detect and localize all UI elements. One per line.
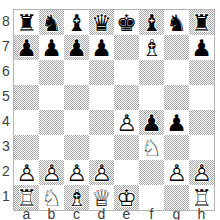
square-d5[interactable] <box>89 85 114 110</box>
square-e2[interactable] <box>114 160 139 185</box>
piece-glyph: ♟ <box>64 35 89 60</box>
square-g6[interactable] <box>164 60 189 85</box>
file-label-a: a <box>14 208 39 220</box>
file-label-c: c <box>64 208 89 220</box>
piece-black-pawn: ♟♟ <box>39 35 64 60</box>
square-d8[interactable]: ♛♛ <box>89 10 114 35</box>
file-label-h: h <box>189 208 214 220</box>
piece-glyph: ♟ <box>164 110 189 135</box>
square-e6[interactable] <box>114 60 139 85</box>
piece-black-pawn: ♟♟ <box>64 35 89 60</box>
square-e3[interactable] <box>114 135 139 160</box>
square-c7[interactable]: ♟♟ <box>64 35 89 60</box>
square-g7[interactable] <box>164 35 189 60</box>
piece-glyph: ♙ <box>39 160 64 185</box>
piece-black-knight: ♞♞ <box>39 10 64 35</box>
file-label-e: e <box>114 208 139 220</box>
piece-white-pawn: ♟♙ <box>114 110 139 135</box>
chess-diagram: 87654321 ♜♜♞♞♝♝♛♛♚♚♝♝♞♞♜♜♟♟♟♟♟♟♟♟♝♗♟♟♟♙♟… <box>0 0 220 220</box>
square-c5[interactable] <box>64 85 89 110</box>
piece-glyph: ♙ <box>14 160 39 185</box>
square-f2[interactable] <box>139 160 164 185</box>
rank-label-4: 4 <box>0 109 12 134</box>
square-b3[interactable] <box>39 135 64 160</box>
square-a3[interactable] <box>14 135 39 160</box>
square-e5[interactable] <box>114 85 139 110</box>
piece-glyph: ♛ <box>89 10 114 35</box>
piece-black-pawn: ♟♟ <box>89 35 114 60</box>
piece-glyph: ♝ <box>139 10 164 35</box>
square-h7[interactable]: ♟♟ <box>189 35 214 60</box>
piece-black-bishop: ♝♝ <box>139 10 164 35</box>
square-g8[interactable]: ♞♞ <box>164 10 189 35</box>
file-label-f: f <box>139 208 164 220</box>
square-a4[interactable] <box>14 110 39 135</box>
square-d6[interactable] <box>89 60 114 85</box>
piece-glyph: ♗ <box>139 35 164 60</box>
square-b8[interactable]: ♞♞ <box>39 10 64 35</box>
piece-white-knight: ♞♘ <box>139 135 164 160</box>
piece-black-queen: ♛♛ <box>89 10 114 35</box>
square-d2[interactable]: ♟♙ <box>89 160 114 185</box>
square-a8[interactable]: ♜♜ <box>14 10 39 35</box>
square-a7[interactable]: ♟♟ <box>14 35 39 60</box>
square-c3[interactable] <box>64 135 89 160</box>
square-f8[interactable]: ♝♝ <box>139 10 164 35</box>
square-h2[interactable]: ♟♙ <box>189 160 214 185</box>
piece-glyph: ♟ <box>14 35 39 60</box>
square-f4[interactable]: ♟♟ <box>139 110 164 135</box>
file-label-g: g <box>164 208 189 220</box>
piece-glyph: ♟ <box>189 35 214 60</box>
piece-glyph: ♜ <box>189 10 214 35</box>
square-c6[interactable] <box>64 60 89 85</box>
piece-white-pawn: ♟♙ <box>189 160 214 185</box>
square-f3[interactable]: ♞♘ <box>139 135 164 160</box>
piece-glyph: ♞ <box>39 10 64 35</box>
square-e7[interactable] <box>114 35 139 60</box>
square-a5[interactable] <box>14 85 39 110</box>
file-label-d: d <box>89 208 114 220</box>
piece-white-bishop: ♝♗ <box>139 35 164 60</box>
piece-glyph: ♙ <box>64 160 89 185</box>
square-b2[interactable]: ♟♙ <box>39 160 64 185</box>
square-d3[interactable] <box>89 135 114 160</box>
square-a2[interactable]: ♟♙ <box>14 160 39 185</box>
square-h3[interactable] <box>189 135 214 160</box>
rank-label-6: 6 <box>0 59 12 84</box>
piece-white-pawn: ♟♙ <box>14 160 39 185</box>
piece-glyph: ♙ <box>189 160 214 185</box>
square-b7[interactable]: ♟♟ <box>39 35 64 60</box>
piece-glyph: ♜ <box>14 10 39 35</box>
piece-black-pawn: ♟♟ <box>14 35 39 60</box>
rank-label-5: 5 <box>0 84 12 109</box>
square-c8[interactable]: ♝♝ <box>64 10 89 35</box>
square-a6[interactable] <box>14 60 39 85</box>
piece-glyph: ♟ <box>39 35 64 60</box>
file-labels: abcdefgh <box>14 208 214 220</box>
square-e4[interactable]: ♟♙ <box>114 110 139 135</box>
piece-glyph: ♞ <box>164 10 189 35</box>
piece-glyph: ♟ <box>89 35 114 60</box>
piece-black-rook: ♜♜ <box>189 10 214 35</box>
piece-white-pawn: ♟♙ <box>89 160 114 185</box>
square-c4[interactable] <box>64 110 89 135</box>
piece-white-pawn: ♟♙ <box>164 160 189 185</box>
square-h8[interactable]: ♜♜ <box>189 10 214 35</box>
square-e8[interactable]: ♚♚ <box>114 10 139 35</box>
piece-black-pawn: ♟♟ <box>139 110 164 135</box>
piece-glyph: ♙ <box>114 110 139 135</box>
piece-black-pawn: ♟♟ <box>164 110 189 135</box>
square-h6[interactable] <box>189 60 214 85</box>
piece-glyph: ♟ <box>139 110 164 135</box>
square-h4[interactable] <box>189 110 214 135</box>
piece-glyph: ♙ <box>89 160 114 185</box>
rank-label-7: 7 <box>0 34 12 59</box>
square-d4[interactable] <box>89 110 114 135</box>
file-label-b: b <box>39 208 64 220</box>
square-g5[interactable] <box>164 85 189 110</box>
piece-black-king: ♚♚ <box>114 10 139 35</box>
piece-glyph: ♝ <box>64 10 89 35</box>
square-b4[interactable] <box>39 110 64 135</box>
square-b6[interactable] <box>39 60 64 85</box>
piece-white-pawn: ♟♙ <box>64 160 89 185</box>
piece-glyph: ♚ <box>114 10 139 35</box>
rank-label-3: 3 <box>0 134 12 159</box>
square-b5[interactable] <box>39 85 64 110</box>
chess-board: ♜♜♞♞♝♝♛♛♚♚♝♝♞♞♜♜♟♟♟♟♟♟♟♟♝♗♟♟♟♙♟♟♟♟♞♘♟♙♟♙… <box>13 9 215 211</box>
piece-black-pawn: ♟♟ <box>189 35 214 60</box>
rank-label-8: 8 <box>0 9 12 34</box>
square-f6[interactable] <box>139 60 164 85</box>
square-f5[interactable] <box>139 85 164 110</box>
square-d7[interactable]: ♟♟ <box>89 35 114 60</box>
piece-black-bishop: ♝♝ <box>64 10 89 35</box>
piece-glyph: ♙ <box>164 160 189 185</box>
square-c2[interactable]: ♟♙ <box>64 160 89 185</box>
rank-label-1: 1 <box>0 184 12 209</box>
piece-black-rook: ♜♜ <box>14 10 39 35</box>
square-g3[interactable] <box>164 135 189 160</box>
square-h5[interactable] <box>189 85 214 110</box>
rank-label-2: 2 <box>0 159 12 184</box>
square-g2[interactable]: ♟♙ <box>164 160 189 185</box>
rank-labels: 87654321 <box>0 9 12 209</box>
square-f7[interactable]: ♝♗ <box>139 35 164 60</box>
square-g4[interactable]: ♟♟ <box>164 110 189 135</box>
piece-glyph: ♘ <box>139 135 164 160</box>
piece-white-pawn: ♟♙ <box>39 160 64 185</box>
piece-black-knight: ♞♞ <box>164 10 189 35</box>
